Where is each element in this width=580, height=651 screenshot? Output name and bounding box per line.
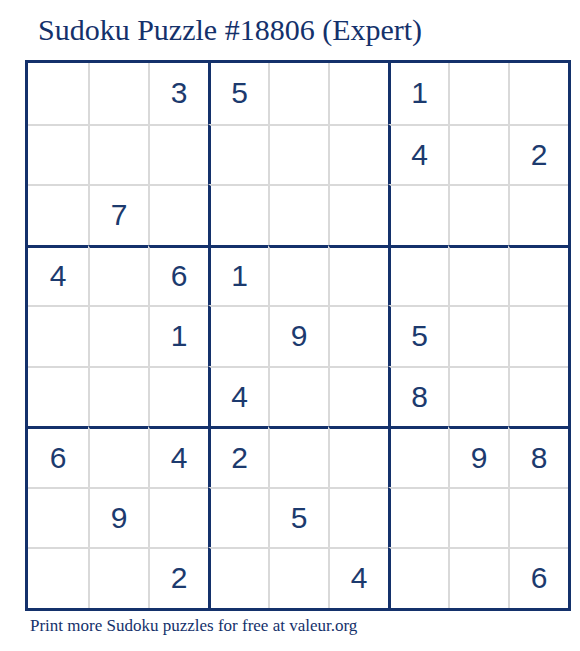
cell-r1c9 <box>508 63 568 124</box>
cell-r3c6 <box>328 184 388 245</box>
cell-r7c8: 9 <box>448 426 508 487</box>
cell-r2c9: 2 <box>508 124 568 185</box>
cell-r7c9: 8 <box>508 426 568 487</box>
cell-r7c5 <box>268 426 328 487</box>
cell-r1c4: 5 <box>208 63 268 124</box>
cell-r4c4: 1 <box>208 245 268 306</box>
cell-r8c8 <box>448 487 508 548</box>
cell-r9c6: 4 <box>328 547 388 608</box>
cell-r6c4: 4 <box>208 366 268 427</box>
cell-r8c7 <box>388 487 448 548</box>
cell-r2c7: 4 <box>388 124 448 185</box>
cell-r2c1 <box>28 124 88 185</box>
cell-r3c9 <box>508 184 568 245</box>
cell-r9c5 <box>268 547 328 608</box>
cell-r5c5: 9 <box>268 305 328 366</box>
cell-r8c2: 9 <box>88 487 148 548</box>
cell-r7c1: 6 <box>28 426 88 487</box>
cell-r1c7: 1 <box>388 63 448 124</box>
cell-r6c9 <box>508 366 568 427</box>
sudoku-board: 351427461195486429895246 <box>25 60 571 611</box>
cell-r6c5 <box>268 366 328 427</box>
cell-r1c5 <box>268 63 328 124</box>
cell-r7c2 <box>88 426 148 487</box>
cell-r4c1: 4 <box>28 245 88 306</box>
cell-r2c3 <box>148 124 208 185</box>
cell-r8c3 <box>148 487 208 548</box>
cell-r9c4 <box>208 547 268 608</box>
cell-r8c1 <box>28 487 88 548</box>
cell-r5c9 <box>508 305 568 366</box>
cell-r7c4: 2 <box>208 426 268 487</box>
cell-r3c7 <box>388 184 448 245</box>
cell-r6c7: 8 <box>388 366 448 427</box>
cell-r3c5 <box>268 184 328 245</box>
cell-r2c4 <box>208 124 268 185</box>
cell-r9c1 <box>28 547 88 608</box>
cell-r4c7 <box>388 245 448 306</box>
cell-r2c6 <box>328 124 388 185</box>
cell-r3c3 <box>148 184 208 245</box>
cell-r2c2 <box>88 124 148 185</box>
cell-r9c3: 2 <box>148 547 208 608</box>
footer-text: Print more Sudoku puzzles for free at va… <box>30 616 357 636</box>
cell-r4c3: 6 <box>148 245 208 306</box>
cell-r6c8 <box>448 366 508 427</box>
cell-r7c3: 4 <box>148 426 208 487</box>
cell-r4c8 <box>448 245 508 306</box>
cell-r1c2 <box>88 63 148 124</box>
cell-r3c4 <box>208 184 268 245</box>
cell-r9c7 <box>388 547 448 608</box>
cell-r1c6 <box>328 63 388 124</box>
cell-r3c8 <box>448 184 508 245</box>
cell-r6c2 <box>88 366 148 427</box>
cell-r1c8 <box>448 63 508 124</box>
cell-r2c8 <box>448 124 508 185</box>
cell-r6c6 <box>328 366 388 427</box>
cell-r8c5: 5 <box>268 487 328 548</box>
cell-r5c8 <box>448 305 508 366</box>
cell-r1c3: 3 <box>148 63 208 124</box>
cell-r8c6 <box>328 487 388 548</box>
cell-r9c9: 6 <box>508 547 568 608</box>
cell-r2c5 <box>268 124 328 185</box>
cell-r4c2 <box>88 245 148 306</box>
cell-r5c6 <box>328 305 388 366</box>
page-title: Sudoku Puzzle #18806 (Expert) <box>38 13 422 47</box>
cell-r3c2: 7 <box>88 184 148 245</box>
cell-r4c6 <box>328 245 388 306</box>
cell-r6c3 <box>148 366 208 427</box>
cell-r7c7 <box>388 426 448 487</box>
cell-r9c2 <box>88 547 148 608</box>
cell-r3c1 <box>28 184 88 245</box>
cell-r5c1 <box>28 305 88 366</box>
cell-r4c5 <box>268 245 328 306</box>
cell-r8c9 <box>508 487 568 548</box>
cell-r5c3: 1 <box>148 305 208 366</box>
cell-r1c1 <box>28 63 88 124</box>
cell-r5c2 <box>88 305 148 366</box>
cell-r4c9 <box>508 245 568 306</box>
cell-r9c8 <box>448 547 508 608</box>
cell-r8c4 <box>208 487 268 548</box>
cell-r7c6 <box>328 426 388 487</box>
cell-r5c7: 5 <box>388 305 448 366</box>
cell-r6c1 <box>28 366 88 427</box>
cell-r5c4 <box>208 305 268 366</box>
